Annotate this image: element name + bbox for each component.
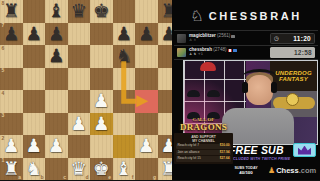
square-f3[interactable] <box>113 113 136 136</box>
piece-black-knight[interactable]: ♞ <box>115 45 132 68</box>
square-g8[interactable] <box>135 0 158 23</box>
square-f8[interactable] <box>113 0 136 23</box>
piece-white-pawn[interactable]: ♟ <box>160 135 172 158</box>
piece-black-pawn[interactable]: ♟ <box>48 45 65 68</box>
piece-black-pawn[interactable]: ♟ <box>138 23 155 46</box>
square-e1[interactable]: e♚ <box>90 158 113 181</box>
square-b5[interactable] <box>23 68 46 91</box>
square-g5[interactable] <box>135 68 158 91</box>
square-h2[interactable]: ♟ <box>158 135 173 158</box>
piece-black-rook[interactable]: ♜ <box>3 0 20 23</box>
square-b2[interactable]: ♟ <box>23 135 46 158</box>
square-d6[interactable] <box>68 45 91 68</box>
canada-flag-icon <box>228 49 232 52</box>
sponsor-panel: AND SUPPORT MY CHANNEL Reach city lvl 7 … <box>174 133 233 164</box>
square-e2[interactable] <box>90 135 113 158</box>
piece-black-pawn[interactable]: ♟ <box>160 23 172 46</box>
square-c7[interactable]: ♟ <box>45 23 68 46</box>
chesscom-logo: ♟ Chess .com <box>268 166 318 175</box>
subs-counter: SUBS TODAY 40/100 <box>229 166 263 175</box>
avatar[interactable] <box>177 48 186 57</box>
knight-logo-icon: ♘ <box>190 7 203 25</box>
square-a6[interactable]: 6 <box>0 45 23 68</box>
square-b6[interactable] <box>23 45 46 68</box>
chesscom-pawn-icon: ♟ <box>268 166 275 175</box>
square-d1[interactable]: d♛ <box>68 158 91 181</box>
rank-label: 1 <box>2 158 5 163</box>
flag-icon <box>231 35 235 38</box>
free-sub-subtitle: INCLUDED WITH TWITCH PRIME <box>229 157 319 161</box>
square-h8[interactable]: ♜ <box>158 0 173 23</box>
membership-icon <box>233 49 237 52</box>
piece-white-pawn[interactable]: ♟ <box>70 113 87 136</box>
square-g7[interactable]: ♟ <box>135 23 158 46</box>
avatar[interactable] <box>177 34 186 43</box>
square-a5[interactable]: 5 <box>0 68 23 91</box>
square-b8[interactable] <box>23 0 46 23</box>
sponsor-logo: DRAGONS <box>174 123 233 132</box>
headphone-cup-icon <box>242 82 248 93</box>
headphone-cup-icon <box>271 82 277 93</box>
player-row-top: magicblitzer (2561) ♙ ♗ ◷ 11:20 <box>177 32 315 45</box>
square-f1[interactable]: f♝ <box>113 158 136 181</box>
underdog-banner: UNDERDOG FANTASY <box>270 61 317 91</box>
square-c2[interactable]: ♟ <box>45 135 68 158</box>
headphones-band-icon <box>243 69 276 83</box>
square-f2[interactable] <box>113 135 136 158</box>
piece-black-pawn[interactable]: ♟ <box>115 23 132 46</box>
stream-panel: ♘ CHESSBRAH magicblitzer (2561) ♙ ♗ ◷ 11… <box>172 0 320 180</box>
player-row-bottom: chessbrah (2748) ♟ ♞ +1 12:58 <box>177 46 315 59</box>
square-a2[interactable]: 2♟ <box>0 135 23 158</box>
rank-label: 5 <box>2 68 5 73</box>
square-a4[interactable]: 4 <box>0 90 23 113</box>
square-d8[interactable]: ♛ <box>68 0 91 23</box>
clock-bottom: 12:58 <box>270 47 315 58</box>
square-g1[interactable]: g <box>135 158 158 181</box>
belt-plate <box>286 93 299 106</box>
square-e3[interactable]: ♟ <box>90 113 113 136</box>
twitch-prime-crown-icon <box>298 146 311 155</box>
clock-top: ◷ 11:20 <box>270 33 315 44</box>
square-c5[interactable] <box>45 68 68 91</box>
square-a1[interactable]: 1a♜ <box>0 158 23 181</box>
player-info: magicblitzer (2561) ♙ ♗ <box>189 33 270 43</box>
piece-black-bishop[interactable]: ♝ <box>48 0 65 23</box>
square-h7[interactable]: ♟ <box>158 23 173 46</box>
piece-white-rook[interactable]: ♜ <box>160 158 172 181</box>
square-b3[interactable] <box>23 113 46 136</box>
piece-white-rook[interactable]: ♜ <box>3 158 20 181</box>
square-a7[interactable]: 7♟ <box>0 23 23 46</box>
square-b1[interactable]: b♞ <box>23 158 46 181</box>
rank-label: 2 <box>2 136 5 141</box>
square-d5[interactable] <box>68 68 91 91</box>
player-info: chessbrah (2748) ♟ ♞ +1 <box>189 47 270 57</box>
file-label: b <box>40 175 43 180</box>
channel-logo: ♘ CHESSBRAH <box>172 3 320 29</box>
piece-white-pawn[interactable]: ♟ <box>25 135 42 158</box>
square-d7[interactable] <box>68 23 91 46</box>
square-c8[interactable]: ♝ <box>45 0 68 23</box>
piece-black-king[interactable]: ♚ <box>93 0 110 23</box>
file-label: c <box>63 175 66 180</box>
stream-screenshot: 8♜♝♛♚♜7♟♟♟♟♟♟6♟♞54♟3♟♟2♟♟♟♟♟1a♜b♞cd♛e♚f♝… <box>0 0 320 180</box>
piece-black-pawn[interactable]: ♟ <box>48 23 65 46</box>
square-h6[interactable] <box>158 45 173 68</box>
piece-white-pawn[interactable]: ♟ <box>48 135 65 158</box>
piece-white-pawn[interactable]: ♟ <box>3 135 20 158</box>
square-f7[interactable]: ♟ <box>113 23 136 46</box>
board-area: 8♜♝♛♚♜7♟♟♟♟♟♟6♟♞54♟3♟♟2♟♟♟♟♟1a♜b♞cd♛e♚f♝… <box>0 0 172 180</box>
cap <box>187 90 200 97</box>
rank-label: 4 <box>2 91 5 96</box>
square-b7[interactable]: ♟ <box>23 23 46 46</box>
square-h5[interactable] <box>158 68 173 91</box>
square-e8[interactable]: ♚ <box>90 0 113 23</box>
square-g6[interactable] <box>135 45 158 68</box>
square-a3[interactable]: 3 <box>0 113 23 136</box>
free-sub-title: FREE SUB <box>229 144 293 156</box>
piece-white-pawn[interactable]: ♟ <box>93 113 110 136</box>
file-label: g <box>153 175 156 180</box>
square-e7[interactable] <box>90 23 113 46</box>
file-label: d <box>85 175 88 180</box>
piece-black-rook[interactable]: ♜ <box>160 0 172 23</box>
square-c1[interactable]: c <box>45 158 68 181</box>
square-d4[interactable] <box>68 90 91 113</box>
rank-label: 8 <box>2 1 5 6</box>
board[interactable]: 8♜♝♛♚♜7♟♟♟♟♟♟6♟♞54♟3♟♟2♟♟♟♟♟1a♜b♞cd♛e♚f♝… <box>0 0 172 180</box>
square-f4[interactable] <box>113 90 136 113</box>
sponsor-quest-row: Reach city lvl 7 $10.00 <box>176 144 231 149</box>
square-e4[interactable]: ♟ <box>90 90 113 113</box>
file-label: f <box>132 175 134 180</box>
square-h4[interactable] <box>158 90 173 113</box>
file-label: a <box>18 175 21 180</box>
square-c6[interactable]: ♟ <box>45 45 68 68</box>
rank-label: 6 <box>2 46 5 51</box>
file-label: e <box>108 175 111 180</box>
sponsor-quest-row: Join an alliance $17.94 <box>176 150 231 155</box>
twitch-prime-badge <box>293 143 316 157</box>
piece-white-pawn[interactable]: ♟ <box>93 90 110 113</box>
square-f6[interactable]: ♞ <box>113 45 136 68</box>
piece-white-bishop[interactable]: ♝ <box>115 158 132 181</box>
captured-pieces: ♟ ♞ +1 <box>189 52 270 57</box>
square-a8[interactable]: 8♜ <box>0 0 23 23</box>
square-h3[interactable] <box>158 113 173 136</box>
square-e5[interactable] <box>90 68 113 91</box>
rank-label: 7 <box>2 23 5 28</box>
square-e6[interactable] <box>90 45 113 68</box>
square-f5[interactable] <box>113 68 136 91</box>
square-g3[interactable] <box>135 113 158 136</box>
square-c3[interactable] <box>45 113 68 136</box>
rank-label: 3 <box>2 113 5 118</box>
channel-logo-text: CHESSBRAH <box>209 10 302 22</box>
cap <box>207 90 220 97</box>
clock-icon: ◷ <box>274 35 279 41</box>
sponsor-quest-row: Reach city lvl 15 $27.64 <box>176 156 231 161</box>
square-c4[interactable] <box>45 90 68 113</box>
square-h1[interactable]: h♜ <box>158 158 173 181</box>
piece-white-pawn[interactable]: ♟ <box>138 135 155 158</box>
square-g4[interactable] <box>135 90 158 113</box>
piece-black-pawn[interactable]: ♟ <box>25 23 42 46</box>
square-b4[interactable] <box>23 90 46 113</box>
sponsor-overlay: CALL OF DRAGONS AND SUPPORT MY CHANNEL R… <box>174 117 233 171</box>
captured-pieces: ♙ ♗ <box>189 38 270 43</box>
square-d3[interactable]: ♟ <box>68 113 91 136</box>
piece-black-queen[interactable]: ♛ <box>70 0 87 23</box>
square-d2[interactable] <box>68 135 91 158</box>
red-cap <box>200 62 216 71</box>
piece-black-pawn[interactable]: ♟ <box>3 23 20 46</box>
piece-white-king[interactable]: ♚ <box>93 158 110 181</box>
square-g2[interactable]: ♟ <box>135 135 158 158</box>
